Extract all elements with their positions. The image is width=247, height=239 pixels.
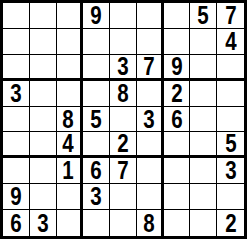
cell-r3c1[interactable] <box>3 55 30 81</box>
cell-digit: 3 <box>225 158 236 183</box>
cell-r8c3[interactable] <box>57 184 84 210</box>
cell-r1c1[interactable] <box>3 3 30 29</box>
cell-digit: 1 <box>63 158 74 183</box>
cell-r4c9[interactable] <box>217 81 244 107</box>
cell-r8c6[interactable] <box>137 184 164 210</box>
cell-r5c5[interactable] <box>110 107 137 133</box>
cell-r6c2[interactable] <box>30 132 57 158</box>
cell-r3c4[interactable] <box>83 55 110 81</box>
cell-r4c7[interactable]: 2 <box>164 81 191 107</box>
cell-digit: 9 <box>10 184 21 209</box>
cell-r6c9[interactable]: 5 <box>217 132 244 158</box>
cell-r3c5[interactable]: 3 <box>110 55 137 81</box>
cell-r4c8[interactable] <box>190 81 217 107</box>
cell-r9c7[interactable] <box>164 210 191 236</box>
cell-r6c5[interactable]: 2 <box>110 132 137 158</box>
cell-digit: 8 <box>143 211 154 236</box>
cell-r4c4[interactable] <box>83 81 110 107</box>
cell-r1c4[interactable]: 9 <box>83 3 110 29</box>
cell-digit: 2 <box>117 132 128 156</box>
cell-digit: 6 <box>171 107 182 132</box>
cell-digit: 6 <box>10 211 21 236</box>
cell-r4c2[interactable] <box>30 81 57 107</box>
cell-r5c3[interactable]: 8 <box>57 107 84 133</box>
cell-r9c3[interactable] <box>57 210 84 236</box>
cell-r6c4[interactable] <box>83 132 110 158</box>
cell-r5c4[interactable]: 5 <box>83 107 110 133</box>
cell-r3c7[interactable]: 9 <box>164 55 191 81</box>
cell-r5c2[interactable] <box>30 107 57 133</box>
cell-r4c3[interactable] <box>57 81 84 107</box>
cell-r6c3[interactable]: 4 <box>57 132 84 158</box>
cell-digit: 9 <box>91 3 102 28</box>
cell-r2c7[interactable] <box>164 29 191 55</box>
cell-digit: 6 <box>91 158 102 183</box>
cell-digit: 5 <box>225 132 236 156</box>
cell-r5c6[interactable]: 3 <box>137 107 164 133</box>
cell-r1c6[interactable] <box>137 3 164 29</box>
cell-r8c4[interactable]: 3 <box>83 184 110 210</box>
cell-r9c9[interactable]: 2 <box>217 210 244 236</box>
cell-r4c1[interactable]: 3 <box>3 81 30 107</box>
cell-digit: 5 <box>198 3 209 28</box>
cell-r1c2[interactable] <box>30 3 57 29</box>
cell-r2c4[interactable] <box>83 29 110 55</box>
cell-r8c9[interactable] <box>217 184 244 210</box>
cell-r7c1[interactable] <box>3 158 30 184</box>
cell-r1c7[interactable] <box>164 3 191 29</box>
cell-digit: 2 <box>171 81 182 106</box>
cell-r2c5[interactable] <box>110 29 137 55</box>
cell-r2c6[interactable] <box>137 29 164 55</box>
cell-digit: 7 <box>225 3 236 28</box>
cell-r1c3[interactable] <box>57 3 84 29</box>
cell-r9c4[interactable] <box>83 210 110 236</box>
cell-r9c8[interactable] <box>190 210 217 236</box>
cell-r1c5[interactable] <box>110 3 137 29</box>
cell-r7c5[interactable]: 7 <box>110 158 137 184</box>
cell-r9c1[interactable]: 6 <box>3 210 30 236</box>
cell-r7c6[interactable] <box>137 158 164 184</box>
cell-r9c6[interactable]: 8 <box>137 210 164 236</box>
cell-r5c9[interactable] <box>217 107 244 133</box>
cell-digit: 8 <box>117 81 128 106</box>
cell-r7c8[interactable] <box>190 158 217 184</box>
cell-digit: 3 <box>37 211 48 236</box>
cell-r5c1[interactable] <box>3 107 30 133</box>
cell-digit: 5 <box>91 107 102 132</box>
cell-r6c7[interactable] <box>164 132 191 158</box>
cell-digit: 3 <box>91 184 102 209</box>
cell-r8c5[interactable] <box>110 184 137 210</box>
cell-digit: 4 <box>63 132 74 156</box>
cell-r7c3[interactable]: 1 <box>57 158 84 184</box>
cell-r7c4[interactable]: 6 <box>83 158 110 184</box>
cell-r1c8[interactable]: 5 <box>190 3 217 29</box>
cell-digit: 3 <box>143 107 154 132</box>
cell-r3c9[interactable] <box>217 55 244 81</box>
cell-r6c8[interactable] <box>190 132 217 158</box>
cell-digit: 2 <box>225 211 236 236</box>
cell-r4c6[interactable] <box>137 81 164 107</box>
cell-r7c7[interactable] <box>164 158 191 184</box>
cell-r2c1[interactable] <box>3 29 30 55</box>
cell-r6c1[interactable] <box>3 132 30 158</box>
cell-r8c1[interactable]: 9 <box>3 184 30 210</box>
cell-r2c2[interactable] <box>30 29 57 55</box>
cell-digit: 4 <box>225 29 236 54</box>
cell-digit: 3 <box>117 55 128 79</box>
cell-r9c2[interactable]: 3 <box>30 210 57 236</box>
cell-r2c9[interactable]: 4 <box>217 29 244 55</box>
cell-r3c6[interactable]: 7 <box>137 55 164 81</box>
cell-r5c8[interactable] <box>190 107 217 133</box>
cell-r3c8[interactable] <box>190 55 217 81</box>
cell-r8c8[interactable] <box>190 184 217 210</box>
cell-r4c5[interactable]: 8 <box>110 81 137 107</box>
cell-digit: 9 <box>171 55 182 79</box>
cell-r7c2[interactable] <box>30 158 57 184</box>
sudoku-board: 957437938285364251673936382 <box>0 0 247 239</box>
cell-r8c7[interactable] <box>164 184 191 210</box>
cell-digit: 7 <box>143 55 154 79</box>
cell-r1c9[interactable]: 7 <box>217 3 244 29</box>
cell-r7c9[interactable]: 3 <box>217 158 244 184</box>
cell-digit: 7 <box>117 158 128 183</box>
cell-r2c8[interactable] <box>190 29 217 55</box>
cell-r3c3[interactable] <box>57 55 84 81</box>
cell-r9c5[interactable] <box>110 210 137 236</box>
cell-r2c3[interactable] <box>57 29 84 55</box>
cell-digit: 8 <box>63 107 74 132</box>
cell-r8c2[interactable] <box>30 184 57 210</box>
cell-r6c6[interactable] <box>137 132 164 158</box>
cell-digit: 3 <box>10 81 21 106</box>
cell-r3c2[interactable] <box>30 55 57 81</box>
cell-r5c7[interactable]: 6 <box>164 107 191 133</box>
